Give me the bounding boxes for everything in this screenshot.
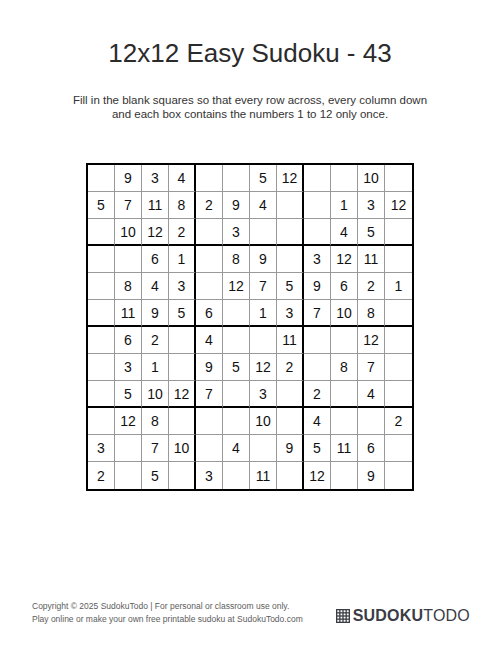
cell-r6c1 <box>88 300 115 327</box>
cell-r11c4: 10 <box>169 435 196 462</box>
cell-r3c3: 12 <box>142 219 169 246</box>
cell-r8c6: 5 <box>223 354 250 381</box>
cell-r9c12 <box>385 381 412 408</box>
cell-r8c1 <box>88 354 115 381</box>
cell-r4c3: 6 <box>142 246 169 273</box>
cell-r10c11 <box>358 408 385 435</box>
cell-r11c3: 7 <box>142 435 169 462</box>
cell-r7c3: 2 <box>142 327 169 354</box>
cell-r10c1 <box>88 408 115 435</box>
cell-r1c8: 12 <box>277 165 304 192</box>
cell-r5c1 <box>88 273 115 300</box>
cell-r11c7 <box>250 435 277 462</box>
cell-r12c7: 11 <box>250 462 277 489</box>
cell-r3c5 <box>196 219 223 246</box>
cell-r7c11: 12 <box>358 327 385 354</box>
cell-r9c5: 7 <box>196 381 223 408</box>
cell-r7c2: 6 <box>115 327 142 354</box>
cell-r3c11: 5 <box>358 219 385 246</box>
grid-icon <box>336 609 350 623</box>
cell-r8c7: 12 <box>250 354 277 381</box>
cell-r9c7: 3 <box>250 381 277 408</box>
cell-r6c5: 6 <box>196 300 223 327</box>
cell-r2c4: 8 <box>169 192 196 219</box>
cell-r6c9: 7 <box>304 300 331 327</box>
cell-r3c8 <box>277 219 304 246</box>
cell-r7c8: 11 <box>277 327 304 354</box>
cell-r8c11: 7 <box>358 354 385 381</box>
cell-r12c3: 5 <box>142 462 169 489</box>
cell-r2c7: 4 <box>250 192 277 219</box>
cell-r10c10 <box>331 408 358 435</box>
footer-copyright: Copyright © 2025 SudokuTodo | For person… <box>32 600 303 626</box>
cell-r2c6: 9 <box>223 192 250 219</box>
cell-r1c5 <box>196 165 223 192</box>
cell-r12c1: 2 <box>88 462 115 489</box>
cell-r12c5: 3 <box>196 462 223 489</box>
cell-r6c8: 3 <box>277 300 304 327</box>
cell-r5c3: 4 <box>142 273 169 300</box>
cell-r2c11: 3 <box>358 192 385 219</box>
cell-r4c7: 9 <box>250 246 277 273</box>
cell-r7c7 <box>250 327 277 354</box>
cell-r8c4 <box>169 354 196 381</box>
cell-r10c6 <box>223 408 250 435</box>
sudoku-board: 9345121057118294131210122345618931211843… <box>86 163 414 491</box>
cell-r2c10: 1 <box>331 192 358 219</box>
cell-r10c3: 8 <box>142 408 169 435</box>
cell-r4c12 <box>385 246 412 273</box>
cell-r9c11: 4 <box>358 381 385 408</box>
cell-r9c8 <box>277 381 304 408</box>
cell-r10c2: 12 <box>115 408 142 435</box>
cell-r5c11: 2 <box>358 273 385 300</box>
cell-r3c4: 2 <box>169 219 196 246</box>
cell-r3c6: 3 <box>223 219 250 246</box>
cell-r11c1: 3 <box>88 435 115 462</box>
cell-r6c12 <box>385 300 412 327</box>
cell-r4c11: 11 <box>358 246 385 273</box>
cell-r6c4: 5 <box>169 300 196 327</box>
instructions-text: Fill in the blank squares so that every … <box>64 94 436 121</box>
cell-r6c7: 1 <box>250 300 277 327</box>
cell-r11c6: 4 <box>223 435 250 462</box>
cell-r11c9: 5 <box>304 435 331 462</box>
cell-r7c12 <box>385 327 412 354</box>
cell-r2c5: 2 <box>196 192 223 219</box>
cell-r4c5 <box>196 246 223 273</box>
cell-r2c9 <box>304 192 331 219</box>
logo-text-sudoku: SUDOKU <box>353 607 424 625</box>
cell-r6c2: 11 <box>115 300 142 327</box>
cell-r7c1 <box>88 327 115 354</box>
cell-r9c3: 10 <box>142 381 169 408</box>
cell-r6c11: 8 <box>358 300 385 327</box>
cell-r12c11: 9 <box>358 462 385 489</box>
cell-r5c9: 9 <box>304 273 331 300</box>
cell-r7c4 <box>169 327 196 354</box>
cell-r11c2 <box>115 435 142 462</box>
footer-copyright-line2: Play online or make your own free printa… <box>32 613 303 626</box>
cell-r5c7: 7 <box>250 273 277 300</box>
cell-r11c10: 11 <box>331 435 358 462</box>
cell-r5c8: 5 <box>277 273 304 300</box>
cell-r6c3: 9 <box>142 300 169 327</box>
cell-r4c8 <box>277 246 304 273</box>
cell-r7c10 <box>331 327 358 354</box>
cell-r6c10: 10 <box>331 300 358 327</box>
cell-r1c9 <box>304 165 331 192</box>
cell-r3c10: 4 <box>331 219 358 246</box>
cell-r10c5 <box>196 408 223 435</box>
cell-r11c12 <box>385 435 412 462</box>
cell-r4c4: 1 <box>169 246 196 273</box>
cell-r10c4 <box>169 408 196 435</box>
cell-r10c9: 4 <box>304 408 331 435</box>
cell-r9c1 <box>88 381 115 408</box>
cell-r3c9 <box>304 219 331 246</box>
cell-r7c5: 4 <box>196 327 223 354</box>
cell-r1c6 <box>223 165 250 192</box>
cell-r3c7 <box>250 219 277 246</box>
cell-r2c8 <box>277 192 304 219</box>
cell-r8c10: 8 <box>331 354 358 381</box>
cell-r9c6 <box>223 381 250 408</box>
cell-r6c6 <box>223 300 250 327</box>
cell-r7c9 <box>304 327 331 354</box>
cell-r11c8: 9 <box>277 435 304 462</box>
cell-r4c1 <box>88 246 115 273</box>
cell-r2c2: 7 <box>115 192 142 219</box>
cell-r4c10: 12 <box>331 246 358 273</box>
cell-r1c10 <box>331 165 358 192</box>
cell-r12c4 <box>169 462 196 489</box>
cell-r12c6 <box>223 462 250 489</box>
cell-r1c2: 9 <box>115 165 142 192</box>
cell-r1c12 <box>385 165 412 192</box>
cell-r3c12 <box>385 219 412 246</box>
cell-r1c3: 3 <box>142 165 169 192</box>
cell-r12c9: 12 <box>304 462 331 489</box>
cell-r4c9: 3 <box>304 246 331 273</box>
cell-r8c2: 3 <box>115 354 142 381</box>
logo-text-todo: TODO <box>423 607 470 625</box>
cell-r5c2: 8 <box>115 273 142 300</box>
cell-r10c8 <box>277 408 304 435</box>
cell-r2c3: 11 <box>142 192 169 219</box>
cell-r1c7: 5 <box>250 165 277 192</box>
cell-r2c12: 12 <box>385 192 412 219</box>
printable-sudoku-page: 12x12 Easy Sudoku - 43 Fill in the blank… <box>0 0 500 647</box>
cell-r9c9: 2 <box>304 381 331 408</box>
cell-r12c2 <box>115 462 142 489</box>
cell-r2c1: 5 <box>88 192 115 219</box>
cell-r9c10 <box>331 381 358 408</box>
cell-r3c1 <box>88 219 115 246</box>
cell-r12c10 <box>331 462 358 489</box>
cell-r8c3: 1 <box>142 354 169 381</box>
cell-r4c6: 8 <box>223 246 250 273</box>
cell-r9c2: 5 <box>115 381 142 408</box>
cell-r1c1 <box>88 165 115 192</box>
cell-r3c2: 10 <box>115 219 142 246</box>
cell-r10c12: 2 <box>385 408 412 435</box>
cell-r12c12 <box>385 462 412 489</box>
cell-r4c2 <box>115 246 142 273</box>
cell-r7c6 <box>223 327 250 354</box>
cell-r9c4: 12 <box>169 381 196 408</box>
cell-r11c5 <box>196 435 223 462</box>
page-title: 12x12 Easy Sudoku - 43 <box>0 0 500 68</box>
cell-r1c11: 10 <box>358 165 385 192</box>
cell-r5c6: 12 <box>223 273 250 300</box>
cell-r1c4: 4 <box>169 165 196 192</box>
cell-r10c7: 10 <box>250 408 277 435</box>
cell-r8c8: 2 <box>277 354 304 381</box>
cell-r12c8 <box>277 462 304 489</box>
cell-r5c5 <box>196 273 223 300</box>
cell-r8c12 <box>385 354 412 381</box>
footer-copyright-line1: Copyright © 2025 SudokuTodo | For person… <box>32 600 303 613</box>
sudokutodo-logo: SUDOKUTODO <box>336 607 470 625</box>
cell-r11c11: 6 <box>358 435 385 462</box>
cell-r5c12: 1 <box>385 273 412 300</box>
cell-r8c5: 9 <box>196 354 223 381</box>
cell-r5c10: 6 <box>331 273 358 300</box>
cell-r5c4: 3 <box>169 273 196 300</box>
cell-r8c9 <box>304 354 331 381</box>
